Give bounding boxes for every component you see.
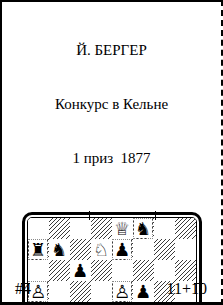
square-c8 [70, 218, 91, 239]
tournament-name: Конкурс в Кельне [2, 95, 221, 113]
square-f6 [133, 260, 154, 281]
prize-year: 1 приз 1877 [2, 149, 221, 167]
square-e8: ♕ [112, 218, 133, 239]
piece-white-queen: ♕ [114, 219, 130, 238]
square-g7 [154, 239, 175, 260]
frame-tick [155, 211, 156, 220]
square-h7 [175, 239, 196, 260]
square-c6: ♟ [70, 260, 91, 281]
square-d8 [91, 218, 112, 239]
square-a6 [28, 260, 49, 281]
square-d6 [91, 260, 112, 281]
piece-black-rook: ♜ [29, 240, 47, 259]
square-e6 [112, 260, 133, 281]
square-a8 [28, 218, 49, 239]
square-a7: ♜ [28, 239, 49, 260]
square-f7 [133, 239, 154, 260]
square-g6 [154, 260, 175, 281]
square-h8 [175, 218, 196, 239]
piece-white-knight: ♘ [93, 240, 109, 259]
square-b7: ♞ [49, 239, 70, 260]
frame-tick [89, 211, 90, 220]
square-b6 [49, 260, 70, 281]
piece-black-knight: ♞ [51, 240, 67, 259]
square-e7: ♟ [112, 239, 133, 260]
piece-black-pawn: ♟ [113, 240, 131, 259]
piece-black-knight: ♞ [134, 219, 152, 238]
chess-problem-card: Й. БЕРГЕР Конкурс в Кельне 1 приз 1877 ♕… [0, 0, 223, 305]
piece-black-pawn: ♟ [72, 261, 88, 280]
problem-caption: #4 11+10 [2, 280, 221, 298]
problem-header: Й. БЕРГЕР Конкурс в Кельне 1 приз 1877 [2, 2, 221, 203]
composer-name: Й. БЕРГЕР [2, 41, 221, 59]
square-h6 [175, 260, 196, 281]
square-c7 [70, 239, 91, 260]
square-g8 [154, 218, 175, 239]
material-count: 11+10 [167, 280, 207, 298]
stipulation: #4 [15, 280, 31, 298]
square-d7: ♘ [91, 239, 112, 260]
square-f8: ♞ [133, 218, 154, 239]
square-b8 [49, 218, 70, 239]
